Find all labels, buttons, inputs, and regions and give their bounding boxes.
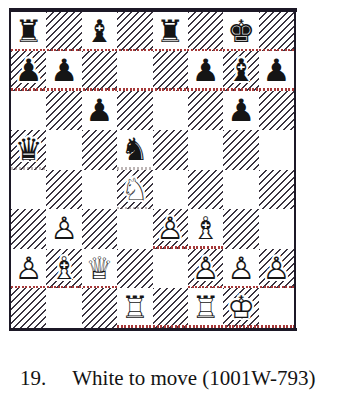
scan-artifact-line bbox=[11, 49, 294, 51]
square-a3 bbox=[11, 209, 46, 249]
piece-glyph: ♖ bbox=[121, 289, 149, 325]
piece-glyph: ♟ bbox=[227, 92, 255, 128]
square-g7: ♝♝ bbox=[223, 51, 258, 91]
chess-board: ♜♜♝♝♜♜♚♚♟♟♟♟♟♟♝♝♟♟♟♟♟♟♛♛♞♞♞♘♟♙♟♙♝♗♟♙♝♗♛♕… bbox=[9, 8, 297, 331]
square-e6 bbox=[153, 91, 188, 131]
piece-black-rook: ♜♜ bbox=[156, 16, 184, 47]
square-e4 bbox=[153, 170, 188, 210]
piece-glyph: ♗ bbox=[50, 250, 78, 286]
square-e7 bbox=[153, 51, 188, 91]
square-g3 bbox=[223, 209, 258, 249]
piece-glyph: ♘ bbox=[121, 171, 149, 207]
square-c8: ♝♝ bbox=[82, 12, 117, 52]
square-d6 bbox=[117, 91, 152, 131]
scan-artifact-line bbox=[188, 286, 294, 288]
caption-number: 19. bbox=[20, 366, 46, 390]
piece-glyph: ♙ bbox=[192, 250, 220, 286]
square-g5 bbox=[223, 130, 258, 170]
square-e5 bbox=[153, 130, 188, 170]
board-grid: ♜♜♝♝♜♜♚♚♟♟♟♟♟♟♝♝♟♟♟♟♟♟♛♛♞♞♞♘♟♙♟♙♝♗♟♙♝♗♛♕… bbox=[11, 12, 294, 328]
piece-glyph: ♙ bbox=[227, 250, 255, 286]
square-b4 bbox=[46, 170, 81, 210]
square-h6 bbox=[259, 91, 294, 131]
square-d7 bbox=[117, 51, 152, 91]
piece-white-pawn: ♟♙ bbox=[15, 253, 43, 284]
square-a2: ♟♙ bbox=[11, 249, 46, 289]
scan-artifact-line bbox=[153, 246, 224, 248]
board-inner: ♜♜♝♝♜♜♚♚♟♟♟♟♟♟♝♝♟♟♟♟♟♟♛♛♞♞♞♘♟♙♟♙♝♗♟♙♝♗♛♕… bbox=[9, 12, 296, 328]
square-e2 bbox=[153, 249, 188, 289]
piece-white-knight: ♞♘ bbox=[121, 174, 149, 205]
square-d1: ♜♖ bbox=[117, 288, 152, 328]
piece-white-bishop: ♝♗ bbox=[192, 213, 220, 244]
piece-white-bishop: ♝♗ bbox=[50, 253, 78, 284]
piece-black-king: ♚♚ bbox=[227, 16, 255, 47]
square-g6: ♟♟ bbox=[223, 91, 258, 131]
piece-glyph: ♙ bbox=[50, 210, 78, 246]
square-b8 bbox=[46, 12, 81, 52]
piece-glyph: ♝ bbox=[227, 52, 255, 88]
square-f7: ♟♟ bbox=[188, 51, 223, 91]
piece-black-pawn: ♟♟ bbox=[50, 55, 78, 86]
scan-artifact-line bbox=[117, 167, 152, 169]
piece-black-knight: ♞♞ bbox=[121, 134, 149, 165]
piece-glyph: ♝ bbox=[86, 13, 114, 49]
piece-glyph: ♙ bbox=[15, 250, 43, 286]
square-h1 bbox=[259, 288, 294, 328]
square-b5 bbox=[46, 130, 81, 170]
square-d8 bbox=[117, 12, 152, 52]
square-f1: ♜♖ bbox=[188, 288, 223, 328]
square-h7: ♟♟ bbox=[259, 51, 294, 91]
diagram-page: ♜♜♝♝♜♜♚♚♟♟♟♟♟♟♝♝♟♟♟♟♟♟♛♛♞♞♞♘♟♙♟♙♝♗♟♙♝♗♛♕… bbox=[0, 0, 338, 398]
square-g4 bbox=[223, 170, 258, 210]
square-c3 bbox=[82, 209, 117, 249]
square-c1 bbox=[82, 288, 117, 328]
square-h4 bbox=[259, 170, 294, 210]
square-h5 bbox=[259, 130, 294, 170]
piece-white-pawn: ♟♙ bbox=[50, 213, 78, 244]
piece-black-pawn: ♟♟ bbox=[227, 95, 255, 126]
square-a8: ♜♜ bbox=[11, 12, 46, 52]
piece-white-pawn: ♟♙ bbox=[263, 253, 291, 284]
scan-artifact-line bbox=[11, 286, 117, 288]
square-g2: ♟♙ bbox=[223, 249, 258, 289]
square-a6 bbox=[11, 91, 46, 131]
piece-glyph: ♙ bbox=[263, 250, 291, 286]
piece-glyph: ♟ bbox=[86, 92, 114, 128]
square-c4 bbox=[82, 170, 117, 210]
piece-black-rook: ♜♜ bbox=[15, 16, 43, 47]
square-f8 bbox=[188, 12, 223, 52]
square-f2: ♟♙ bbox=[188, 249, 223, 289]
piece-glyph: ♔ bbox=[227, 289, 255, 325]
square-c2: ♛♕ bbox=[82, 249, 117, 289]
square-g1: ♚♔ bbox=[223, 288, 258, 328]
scan-artifact-line bbox=[117, 325, 294, 327]
piece-glyph: ♚ bbox=[227, 13, 255, 49]
piece-glyph: ♟ bbox=[263, 52, 291, 88]
piece-black-pawn: ♟♟ bbox=[263, 55, 291, 86]
piece-black-pawn: ♟♟ bbox=[192, 55, 220, 86]
square-e3: ♟♙ bbox=[153, 209, 188, 249]
caption: 19.White to move (1001W-793) bbox=[20, 366, 315, 391]
square-b6 bbox=[46, 91, 81, 131]
square-b1 bbox=[46, 288, 81, 328]
square-e8: ♜♜ bbox=[153, 12, 188, 52]
square-a5: ♛♛ bbox=[11, 130, 46, 170]
square-f4 bbox=[188, 170, 223, 210]
square-f5 bbox=[188, 130, 223, 170]
square-a1 bbox=[11, 288, 46, 328]
piece-glyph: ♜ bbox=[15, 13, 43, 49]
square-b3: ♟♙ bbox=[46, 209, 81, 249]
square-d3 bbox=[117, 209, 152, 249]
piece-white-rook: ♜♖ bbox=[121, 292, 149, 323]
square-c5 bbox=[82, 130, 117, 170]
piece-white-queen: ♛♕ bbox=[86, 253, 114, 284]
square-f3: ♝♗ bbox=[188, 209, 223, 249]
piece-black-pawn: ♟♟ bbox=[15, 55, 43, 86]
square-h2: ♟♙ bbox=[259, 249, 294, 289]
square-d4: ♞♘ bbox=[117, 170, 152, 210]
piece-glyph: ♜ bbox=[156, 13, 184, 49]
piece-glyph: ♙ bbox=[156, 210, 184, 246]
piece-white-pawn: ♟♙ bbox=[156, 213, 184, 244]
piece-black-bishop: ♝♝ bbox=[227, 55, 255, 86]
piece-black-bishop: ♝♝ bbox=[86, 16, 114, 47]
square-h8 bbox=[259, 12, 294, 52]
square-a4 bbox=[11, 170, 46, 210]
piece-white-pawn: ♟♙ bbox=[192, 253, 220, 284]
square-a7: ♟♟ bbox=[11, 51, 46, 91]
square-h3 bbox=[259, 209, 294, 249]
square-b7: ♟♟ bbox=[46, 51, 81, 91]
piece-white-king: ♚♔ bbox=[227, 292, 255, 323]
square-c7 bbox=[82, 51, 117, 91]
board-bottom-border bbox=[9, 328, 297, 332]
piece-black-pawn: ♟♟ bbox=[86, 95, 114, 126]
piece-glyph: ♕ bbox=[86, 250, 114, 286]
scan-artifact-line bbox=[117, 207, 152, 209]
piece-glyph: ♟ bbox=[192, 52, 220, 88]
square-g8: ♚♚ bbox=[223, 12, 258, 52]
piece-glyph: ♟ bbox=[50, 52, 78, 88]
piece-white-pawn: ♟♙ bbox=[227, 253, 255, 284]
square-d2 bbox=[117, 249, 152, 289]
scan-artifact-line bbox=[11, 88, 294, 90]
scan-artifact-line bbox=[11, 167, 46, 169]
square-c6: ♟♟ bbox=[82, 91, 117, 131]
caption-text: White to move (1001W-793) bbox=[72, 366, 315, 390]
piece-glyph: ♛ bbox=[15, 131, 43, 167]
piece-glyph: ♞ bbox=[121, 131, 149, 167]
square-f6 bbox=[188, 91, 223, 131]
square-e1 bbox=[153, 288, 188, 328]
square-b2: ♝♗ bbox=[46, 249, 81, 289]
piece-white-rook: ♜♖ bbox=[192, 292, 220, 323]
square-d5: ♞♞ bbox=[117, 130, 152, 170]
piece-glyph: ♗ bbox=[192, 210, 220, 246]
piece-glyph: ♖ bbox=[192, 289, 220, 325]
piece-glyph: ♟ bbox=[15, 52, 43, 88]
piece-black-queen: ♛♛ bbox=[15, 134, 43, 165]
